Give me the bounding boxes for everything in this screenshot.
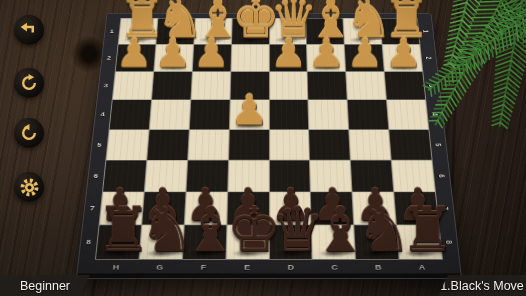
app-screen: ♜♞♝♚♛♝♞♜♟♟♟♟♟♟♟♟♟♟♟♟♟♟♟♟♜♞♝♚♛♝♞♜ HGFEDCB… [0, 0, 526, 296]
coordinate-label: 4 [100, 111, 105, 117]
coordinate-label: 1 [422, 30, 431, 33]
black-knight[interactable]: ♞ [356, 200, 398, 261]
white-pawn[interactable]: ♟ [192, 33, 230, 73]
black-king[interactable]: ♚ [226, 200, 268, 261]
square-f8[interactable]: ♝ [183, 225, 226, 259]
square-b8[interactable]: ♞ [354, 225, 398, 259]
square-c8[interactable]: ♝ [312, 225, 355, 259]
coordinate-label: 6 [93, 172, 98, 179]
square-c4[interactable] [309, 100, 349, 129]
white-pawn[interactable]: ♟ [385, 33, 423, 73]
coordinate-label: 5 [434, 143, 444, 146]
square-h3[interactable] [113, 72, 153, 100]
difficulty-label: Beginner [20, 279, 70, 293]
square-b2[interactable]: ♟ [345, 45, 384, 72]
coordinate-label: F [181, 263, 225, 271]
square-e5[interactable] [229, 130, 269, 160]
square-c3[interactable] [308, 72, 347, 100]
square-e4[interactable]: ♟ [229, 100, 268, 129]
square-a8[interactable]: ♜ [397, 225, 442, 259]
coordinate-label: 7 [441, 207, 451, 210]
square-c2[interactable]: ♟ [307, 45, 345, 72]
gear-icon [19, 177, 40, 198]
move-status-label: 1.Black's Move [440, 279, 524, 293]
square-e2[interactable] [231, 45, 269, 72]
white-king[interactable]: ♚ [232, 0, 269, 46]
square-a5[interactable] [389, 130, 431, 160]
square-g2[interactable]: ♟ [154, 45, 193, 72]
undo-arrow-icon [19, 20, 39, 40]
counterclockwise-arrow-icon [19, 123, 39, 143]
coordinate-label: 3 [103, 83, 108, 89]
square-g4[interactable] [150, 100, 191, 129]
square-d3[interactable] [269, 72, 307, 100]
coordinate-label: E [225, 263, 269, 271]
square-d2[interactable]: ♟ [269, 45, 307, 72]
coordinate-label: 8 [444, 241, 454, 244]
black-rook[interactable]: ♜ [96, 200, 138, 261]
square-h5[interactable] [106, 130, 148, 160]
coordinate-label: 2 [425, 56, 434, 59]
coordinate-label: B [356, 263, 400, 271]
coordinate-label: G [138, 263, 182, 271]
board-squares[interactable]: ♜♞♝♚♛♝♞♜♟♟♟♟♟♟♟♟♟♟♟♟♟♟♟♟♜♞♝♚♛♝♞♜ [95, 18, 443, 260]
square-f2[interactable]: ♟ [193, 45, 231, 72]
square-d4[interactable] [269, 100, 308, 129]
square-d5[interactable] [269, 130, 309, 160]
square-b3[interactable] [346, 72, 386, 100]
white-pawn[interactable]: ♟ [229, 89, 268, 131]
chess-board-3d-scene: ♜♞♝♚♛♝♞♜♟♟♟♟♟♟♟♟♟♟♟♟♟♟♟♟♜♞♝♚♛♝♞♜ HGFEDCB… [77, 14, 461, 278]
redo-button[interactable] [14, 68, 44, 98]
white-pawn[interactable]: ♟ [115, 33, 153, 73]
coordinate-label: H [94, 263, 138, 271]
board-frame: ♜♞♝♚♛♝♞♜♟♟♟♟♟♟♟♟♟♟♟♟♟♟♟♟♜♞♝♚♛♝♞♜ HGFEDCB… [77, 14, 461, 278]
white-pawn[interactable]: ♟ [308, 33, 346, 73]
square-f3[interactable] [191, 72, 230, 100]
coordinate-label: A [400, 263, 444, 271]
square-a2[interactable]: ♟ [383, 45, 423, 72]
square-f5[interactable] [188, 130, 229, 160]
coordinate-label: 7 [90, 205, 95, 212]
coordinate-label: C [313, 263, 357, 271]
coordinate-label: 5 [97, 141, 102, 147]
square-b5[interactable] [349, 130, 390, 160]
coordinate-label: 6 [437, 174, 447, 177]
coordinate-label: 4 [431, 113, 440, 116]
coordinate-label: 1 [109, 28, 114, 34]
settings-button[interactable] [14, 172, 44, 202]
white-pawn[interactable]: ♟ [269, 33, 307, 73]
square-h8[interactable]: ♜ [96, 225, 141, 259]
replay-button[interactable] [14, 118, 44, 148]
black-bishop[interactable]: ♝ [313, 200, 355, 261]
square-f4[interactable] [190, 100, 230, 129]
square-c5[interactable] [309, 130, 350, 160]
square-e8[interactable]: ♚ [226, 225, 268, 259]
square-g5[interactable] [147, 130, 188, 160]
square-h4[interactable] [110, 100, 151, 129]
coordinate-label: 3 [428, 84, 437, 87]
black-rook[interactable]: ♜ [400, 200, 442, 261]
move-status-badge: 1.Black's Move [438, 275, 526, 296]
black-knight[interactable]: ♞ [139, 200, 181, 261]
coordinate-label: D [269, 263, 313, 271]
file-labels-bottom: HGFEDCBA [94, 261, 445, 272]
black-bishop[interactable]: ♝ [183, 200, 225, 261]
square-g8[interactable]: ♞ [139, 225, 183, 259]
coordinate-label: 8 [86, 239, 91, 246]
redo-circular-arrow-icon [19, 73, 39, 93]
black-queen[interactable]: ♛ [269, 200, 311, 261]
square-e1[interactable]: ♚ [232, 19, 269, 45]
undo-button[interactable] [14, 15, 44, 45]
square-h2[interactable]: ♟ [116, 45, 156, 72]
square-a4[interactable] [387, 100, 428, 129]
coordinate-label: 2 [106, 55, 111, 61]
white-pawn[interactable]: ♟ [346, 33, 384, 73]
square-d8[interactable]: ♛ [269, 225, 311, 259]
square-b4[interactable] [348, 100, 389, 129]
square-g3[interactable] [152, 72, 192, 100]
white-pawn[interactable]: ♟ [154, 33, 192, 73]
square-a3[interactable] [385, 72, 425, 100]
difficulty-badge: Beginner [0, 275, 90, 296]
